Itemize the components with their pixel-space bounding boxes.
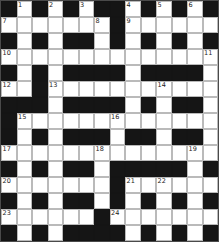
white-cell-r10c9[interactable] — [125, 145, 141, 161]
white-cell-r5c2[interactable] — [17, 65, 33, 81]
white-cell-r5c4[interactable] — [48, 65, 64, 81]
crossword-board-wrap: 123456789101112131415161718192021222324 — [0, 0, 219, 242]
white-cell-r12c9[interactable]: 21 — [125, 177, 141, 193]
black-cell-r11c3 — [32, 161, 48, 177]
white-cell-r15c11[interactable] — [156, 225, 172, 241]
black-cell-r15c10 — [141, 225, 157, 241]
black-cell-r1c8 — [110, 1, 126, 17]
white-cell-r4c3[interactable] — [32, 49, 48, 65]
black-cell-r15c14 — [203, 225, 219, 241]
white-cell-r4c13[interactable] — [187, 49, 203, 65]
white-cell-r13c11[interactable] — [156, 193, 172, 209]
clue-number-24: 24 — [111, 210, 119, 217]
white-cell-r12c10[interactable] — [141, 177, 157, 193]
white-cell-r2c13[interactable] — [187, 17, 203, 33]
white-cell-r9c14[interactable] — [203, 129, 219, 145]
white-cell-r10c11[interactable] — [156, 145, 172, 161]
white-cell-r1c9[interactable]: 4 — [125, 1, 141, 17]
white-cell-r14c12[interactable] — [172, 209, 188, 225]
black-cell-r5c10 — [141, 65, 157, 81]
white-cell-r14c11[interactable] — [156, 209, 172, 225]
white-cell-r10c2[interactable] — [17, 145, 33, 161]
black-cell-r7c12 — [172, 97, 188, 113]
black-cell-r7c5 — [63, 97, 79, 113]
black-cell-r9c1 — [1, 129, 17, 145]
white-cell-r4c4[interactable] — [48, 49, 64, 65]
white-cell-r3c13[interactable] — [187, 33, 203, 49]
white-cell-r11c7[interactable] — [94, 161, 110, 177]
clue-number-15: 15 — [18, 114, 26, 121]
white-cell-r6c2[interactable] — [17, 81, 33, 97]
black-cell-r13c12 — [172, 193, 188, 209]
white-cell-r3c11[interactable] — [156, 33, 172, 49]
white-cell-r4c2[interactable] — [17, 49, 33, 65]
black-cell-r5c11 — [156, 65, 172, 81]
white-cell-r14c6[interactable] — [79, 209, 95, 225]
white-cell-r4c12[interactable] — [172, 49, 188, 65]
white-cell-r8c6[interactable] — [79, 113, 95, 129]
white-cell-r8c2[interactable]: 15 — [17, 113, 33, 129]
black-cell-r5c8 — [110, 65, 126, 81]
black-cell-r3c8 — [110, 33, 126, 49]
black-cell-r7c2 — [17, 97, 33, 113]
white-cell-r4c10[interactable] — [141, 49, 157, 65]
black-cell-r13c6 — [79, 193, 95, 209]
white-cell-r12c11[interactable]: 22 — [156, 177, 172, 193]
clue-number-16: 16 — [111, 114, 119, 121]
white-cell-r5c14[interactable] — [203, 65, 219, 81]
black-cell-r7c1 — [1, 97, 17, 113]
white-cell-r6c12[interactable] — [172, 81, 188, 97]
black-cell-r15c5 — [63, 225, 79, 241]
clue-number-11: 11 — [204, 50, 212, 57]
black-cell-r11c9 — [125, 161, 141, 177]
black-cell-r13c8 — [110, 193, 126, 209]
white-cell-r8c9[interactable] — [125, 113, 141, 129]
black-cell-r15c6 — [79, 225, 95, 241]
white-cell-r15c13[interactable] — [187, 225, 203, 241]
white-cell-r1c13[interactable]: 6 — [187, 1, 203, 17]
black-cell-r3c14 — [203, 33, 219, 49]
black-cell-r9c13 — [187, 129, 203, 145]
white-cell-r12c7[interactable] — [94, 177, 110, 193]
white-cell-r13c13[interactable] — [187, 193, 203, 209]
white-cell-r10c10[interactable] — [141, 145, 157, 161]
black-cell-r7c8 — [110, 97, 126, 113]
black-cell-r13c10 — [141, 193, 157, 209]
white-cell-r8c8[interactable]: 16 — [110, 113, 126, 129]
white-cell-r6c13[interactable] — [187, 81, 203, 97]
white-cell-r3c7[interactable] — [94, 33, 110, 49]
black-cell-r3c1 — [1, 33, 17, 49]
black-cell-r5c1 — [1, 65, 17, 81]
white-cell-r10c7[interactable]: 18 — [94, 145, 110, 161]
white-cell-r2c9[interactable]: 9 — [125, 17, 141, 33]
clue-number-9: 9 — [127, 18, 131, 25]
white-cell-r6c7[interactable] — [94, 81, 110, 97]
white-cell-r12c2[interactable] — [17, 177, 33, 193]
white-cell-r8c12[interactable] — [172, 113, 188, 129]
white-cell-r15c4[interactable] — [48, 225, 64, 241]
black-cell-r9c9 — [125, 129, 141, 145]
crossword-grid: 123456789101112131415161718192021222324 — [0, 0, 219, 242]
black-cell-r11c10 — [141, 161, 157, 177]
white-cell-r2c5[interactable] — [63, 17, 79, 33]
black-cell-r11c14 — [203, 161, 219, 177]
white-cell-r14c1[interactable]: 23 — [1, 209, 17, 225]
white-cell-r4c8[interactable] — [110, 49, 126, 65]
clue-number-14: 14 — [158, 82, 166, 89]
white-cell-r2c12[interactable] — [172, 17, 188, 33]
white-cell-r11c13[interactable] — [187, 161, 203, 177]
white-cell-r10c8[interactable] — [110, 145, 126, 161]
black-cell-r1c3 — [32, 1, 48, 17]
white-cell-r4c1[interactable]: 10 — [1, 49, 17, 65]
white-cell-r4c5[interactable] — [63, 49, 79, 65]
white-cell-r13c9[interactable] — [125, 193, 141, 209]
black-cell-r6c3 — [32, 81, 48, 97]
white-cell-r11c2[interactable] — [17, 161, 33, 177]
white-cell-r14c9[interactable] — [125, 209, 141, 225]
white-cell-r10c12[interactable] — [172, 145, 188, 161]
white-cell-r7c4[interactable] — [48, 97, 64, 113]
black-cell-r1c5 — [63, 1, 79, 17]
white-cell-r11c4[interactable] — [48, 161, 64, 177]
white-cell-r9c11[interactable] — [156, 129, 172, 145]
white-cell-r10c14[interactable] — [203, 145, 219, 161]
clue-number-8: 8 — [96, 18, 100, 25]
white-cell-r1c2[interactable]: 1 — [17, 1, 33, 17]
white-cell-r6c4[interactable]: 13 — [48, 81, 64, 97]
white-cell-r6c6[interactable] — [79, 81, 95, 97]
white-cell-r14c3[interactable] — [32, 209, 48, 225]
black-cell-r13c5 — [63, 193, 79, 209]
clue-number-19: 19 — [189, 146, 197, 153]
black-cell-r15c8 — [110, 225, 126, 241]
black-cell-r3c5 — [63, 33, 79, 49]
black-cell-r1c10 — [141, 1, 157, 17]
black-cell-r5c7 — [94, 65, 110, 81]
white-cell-r12c14[interactable] — [203, 177, 219, 193]
white-cell-r10c6[interactable] — [79, 145, 95, 161]
white-cell-r6c8[interactable] — [110, 81, 126, 97]
white-cell-r4c7[interactable] — [94, 49, 110, 65]
black-cell-r9c3 — [32, 129, 48, 145]
white-cell-r2c10[interactable] — [141, 17, 157, 33]
clue-number-3: 3 — [80, 2, 84, 9]
black-cell-r15c12 — [172, 225, 188, 241]
black-cell-r7c7 — [94, 97, 110, 113]
white-cell-r1c4[interactable]: 2 — [48, 1, 64, 17]
white-cell-r2c2[interactable] — [17, 17, 33, 33]
clue-number-17: 17 — [3, 146, 11, 153]
clue-number-18: 18 — [96, 146, 104, 153]
black-cell-r9c5 — [63, 129, 79, 145]
clue-number-12: 12 — [3, 82, 11, 89]
white-cell-r10c5[interactable] — [63, 145, 79, 161]
white-cell-r15c2[interactable] — [17, 225, 33, 241]
white-cell-r8c3[interactable] — [32, 113, 48, 129]
black-cell-r7c3 — [32, 97, 48, 113]
white-cell-r10c4[interactable] — [48, 145, 64, 161]
white-cell-r13c7[interactable] — [94, 193, 110, 209]
white-cell-r12c3[interactable] — [32, 177, 48, 193]
white-cell-r4c11[interactable] — [156, 49, 172, 65]
white-cell-r2c3[interactable] — [32, 17, 48, 33]
white-cell-r6c10[interactable] — [141, 81, 157, 97]
white-cell-r4c14[interactable]: 11 — [203, 49, 219, 65]
white-cell-r3c2[interactable] — [17, 33, 33, 49]
clue-number-22: 22 — [158, 178, 166, 185]
white-cell-r1c11[interactable]: 5 — [156, 1, 172, 17]
white-cell-r9c2[interactable] — [17, 129, 33, 145]
white-cell-r8c7[interactable] — [94, 113, 110, 129]
white-cell-r13c4[interactable] — [48, 193, 64, 209]
black-cell-r2c8 — [110, 17, 126, 33]
white-cell-r14c4[interactable] — [48, 209, 64, 225]
clue-number-2: 2 — [49, 2, 53, 9]
white-cell-r7c11[interactable] — [156, 97, 172, 113]
white-cell-r14c5[interactable] — [63, 209, 79, 225]
white-cell-r8c10[interactable] — [141, 113, 157, 129]
white-cell-r12c1[interactable]: 20 — [1, 177, 17, 193]
clue-number-5: 5 — [158, 2, 162, 9]
black-cell-r5c6 — [79, 65, 95, 81]
clue-number-23: 23 — [3, 210, 11, 217]
black-cell-r5c5 — [63, 65, 79, 81]
white-cell-r14c2[interactable] — [17, 209, 33, 225]
white-cell-r12c13[interactable] — [187, 177, 203, 193]
white-cell-r12c12[interactable] — [172, 177, 188, 193]
black-cell-r5c3 — [32, 65, 48, 81]
white-cell-r7c9[interactable] — [125, 97, 141, 113]
black-cell-r1c7 — [94, 1, 110, 17]
white-cell-r3c4[interactable] — [48, 33, 64, 49]
white-cell-r6c14[interactable] — [203, 81, 219, 97]
black-cell-r5c13 — [187, 65, 203, 81]
white-cell-r6c11[interactable]: 14 — [156, 81, 172, 97]
black-cell-r3c3 — [32, 33, 48, 49]
white-cell-r4c6[interactable] — [79, 49, 95, 65]
black-cell-r1c14 — [203, 1, 219, 17]
black-cell-r15c3 — [32, 225, 48, 241]
white-cell-r5c9[interactable] — [125, 65, 141, 81]
white-cell-r10c1[interactable]: 17 — [1, 145, 17, 161]
black-cell-r12c8 — [110, 177, 126, 193]
clue-number-13: 13 — [49, 82, 57, 89]
black-cell-r11c8 — [110, 161, 126, 177]
white-cell-r8c14[interactable] — [203, 113, 219, 129]
black-cell-r9c12 — [172, 129, 188, 145]
black-cell-r7c6 — [79, 97, 95, 113]
white-cell-r2c7[interactable]: 8 — [94, 17, 110, 33]
white-cell-r2c14[interactable] — [203, 17, 219, 33]
black-cell-r8c1 — [1, 113, 17, 129]
white-cell-r1c6[interactable]: 3 — [79, 1, 95, 17]
white-cell-r10c3[interactable] — [32, 145, 48, 161]
black-cell-r9c7 — [94, 129, 110, 145]
white-cell-r14c10[interactable] — [141, 209, 157, 225]
white-cell-r12c6[interactable] — [79, 177, 95, 193]
white-cell-r4c9[interactable] — [125, 49, 141, 65]
clue-number-20: 20 — [3, 178, 11, 185]
black-cell-r1c12 — [172, 1, 188, 17]
white-cell-r6c1[interactable]: 12 — [1, 81, 17, 97]
white-cell-r13c2[interactable] — [17, 193, 33, 209]
white-cell-r6c5[interactable] — [63, 81, 79, 97]
black-cell-r3c10 — [141, 33, 157, 49]
black-cell-r5c12 — [172, 65, 188, 81]
black-cell-r11c1 — [1, 161, 17, 177]
black-cell-r13c3 — [32, 193, 48, 209]
white-cell-r2c1[interactable]: 7 — [1, 17, 17, 33]
white-cell-r2c11[interactable] — [156, 17, 172, 33]
black-cell-r9c6 — [79, 129, 95, 145]
white-cell-r8c13[interactable] — [187, 113, 203, 129]
white-cell-r10c13[interactable]: 19 — [187, 145, 203, 161]
white-cell-r14c13[interactable] — [187, 209, 203, 225]
black-cell-r11c6 — [79, 161, 95, 177]
clue-number-1: 1 — [18, 2, 22, 9]
black-cell-r14c7 — [94, 209, 110, 225]
white-cell-r8c4[interactable] — [48, 113, 64, 129]
white-cell-r8c11[interactable] — [156, 113, 172, 129]
white-cell-r14c8[interactable]: 24 — [110, 209, 126, 225]
white-cell-r9c4[interactable] — [48, 129, 64, 145]
black-cell-r3c6 — [79, 33, 95, 49]
black-cell-r7c13 — [187, 97, 203, 113]
black-cell-r11c5 — [63, 161, 79, 177]
clue-number-21: 21 — [127, 178, 135, 185]
white-cell-r2c4[interactable] — [48, 17, 64, 33]
white-cell-r12c4[interactable] — [48, 177, 64, 193]
black-cell-r7c10 — [141, 97, 157, 113]
black-cell-r11c12 — [172, 161, 188, 177]
white-cell-r15c9[interactable] — [125, 225, 141, 241]
clue-number-4: 4 — [127, 2, 131, 9]
black-cell-r3c12 — [172, 33, 188, 49]
white-cell-r8c5[interactable] — [63, 113, 79, 129]
black-cell-r11c11 — [156, 161, 172, 177]
white-cell-r6c9[interactable] — [125, 81, 141, 97]
black-cell-r13c1 — [1, 193, 17, 209]
black-cell-r15c7 — [94, 225, 110, 241]
white-cell-r9c8[interactable] — [110, 129, 126, 145]
white-cell-r12c5[interactable] — [63, 177, 79, 193]
black-cell-r9c10 — [141, 129, 157, 145]
black-cell-r15c1 — [1, 225, 17, 241]
white-cell-r2c6[interactable] — [79, 17, 95, 33]
clue-number-10: 10 — [3, 50, 11, 57]
black-cell-r13c14 — [203, 193, 219, 209]
clue-number-7: 7 — [3, 18, 7, 25]
clue-number-6: 6 — [189, 2, 193, 9]
white-cell-r14c14[interactable] — [203, 209, 219, 225]
black-cell-r1c1 — [1, 1, 17, 17]
white-cell-r7c14[interactable] — [203, 97, 219, 113]
white-cell-r3c9[interactable] — [125, 33, 141, 49]
